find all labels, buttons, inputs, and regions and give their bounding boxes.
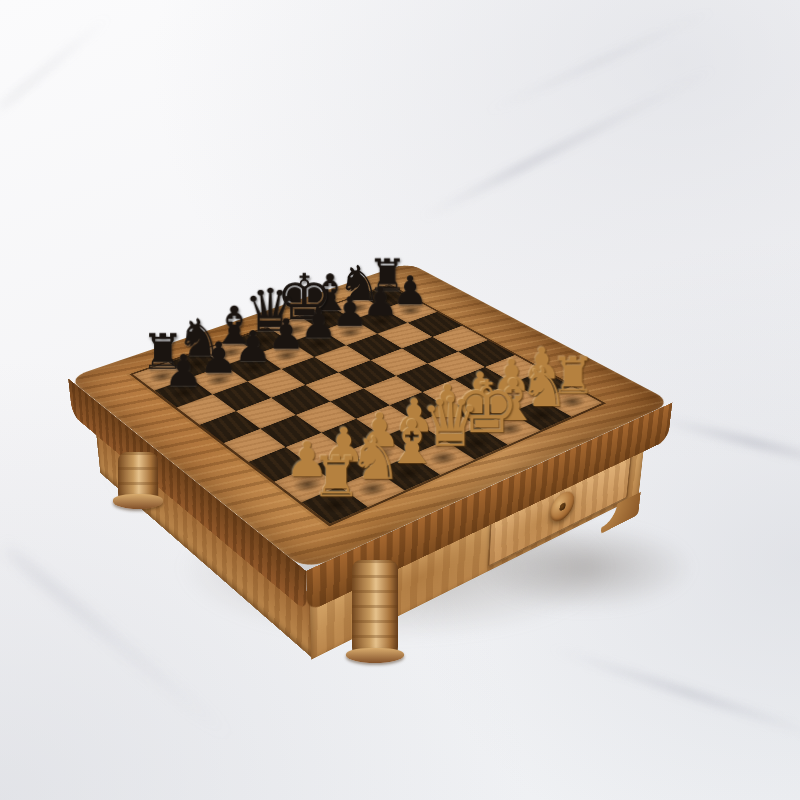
tabletop: ♜♞♝♛♚♝♞♜♟♟♟♟♟♟♟♟♟♟♟♟♟♟♟♟♜♞♝♛♚♝♞♜ [68, 262, 673, 570]
chess-table-scene: ♜♞♝♛♚♝♞♜♟♟♟♟♟♟♟♟♟♟♟♟♟♟♟♟♜♞♝♛♚♝♞♜ [0, 0, 800, 800]
board-square[interactable]: ♟ [155, 378, 213, 408]
table-leg-back-left [118, 452, 158, 506]
chess-piece-r[interactable]: ♜ [311, 449, 358, 505]
table-leg-front [352, 560, 398, 660]
chess-piece-p[interactable]: ♟ [163, 349, 205, 393]
board-square[interactable]: ♜ [302, 486, 368, 524]
